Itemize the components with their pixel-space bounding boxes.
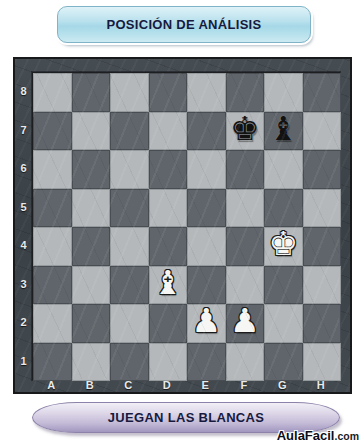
analysis-banner: POSICIÓN DE ANÁLISIS <box>57 6 311 43</box>
black-king: ♚ <box>230 110 260 148</box>
file-label-g: G <box>263 377 302 392</box>
square-a3[interactable] <box>33 266 72 305</box>
square-e4[interactable] <box>187 227 226 266</box>
square-d3[interactable]: ♝ <box>149 266 188 305</box>
square-b4[interactable] <box>72 227 111 266</box>
square-b6[interactable] <box>72 150 111 189</box>
square-f3[interactable] <box>226 266 265 305</box>
square-d6[interactable] <box>149 150 188 189</box>
square-f5[interactable] <box>226 189 265 228</box>
square-a8[interactable] <box>33 73 72 112</box>
square-f2[interactable]: ♟ <box>226 304 265 343</box>
square-c8[interactable] <box>110 73 149 112</box>
file-label-f: F <box>225 377 264 392</box>
square-d2[interactable] <box>149 304 188 343</box>
square-a6[interactable] <box>33 150 72 189</box>
square-c2[interactable] <box>110 304 149 343</box>
square-a7[interactable] <box>33 112 72 151</box>
square-e5[interactable] <box>187 189 226 228</box>
square-c3[interactable] <box>110 266 149 305</box>
turn-banner-label: JUEGAN LAS BLANCAS <box>108 410 264 425</box>
rank-label-1: 1 <box>15 342 32 381</box>
file-label-c: C <box>109 377 148 392</box>
square-a4[interactable] <box>33 227 72 266</box>
square-h4[interactable] <box>303 227 342 266</box>
square-c6[interactable] <box>110 150 149 189</box>
chess-board: ♚♝♚♝♟♟ <box>32 72 340 380</box>
square-c5[interactable] <box>110 189 149 228</box>
square-b5[interactable] <box>72 189 111 228</box>
rank-label-5: 5 <box>15 188 32 227</box>
square-e6[interactable] <box>187 150 226 189</box>
square-g5[interactable] <box>264 189 303 228</box>
white-pawn: ♟ <box>230 302 260 340</box>
square-d5[interactable] <box>149 189 188 228</box>
black-bishop: ♝ <box>268 110 298 148</box>
square-b3[interactable] <box>72 266 111 305</box>
rank-label-3: 3 <box>15 265 32 304</box>
square-d4[interactable] <box>149 227 188 266</box>
square-d8[interactable] <box>149 73 188 112</box>
file-label-e: E <box>186 377 225 392</box>
square-e1[interactable] <box>187 343 226 382</box>
square-g4[interactable]: ♚ <box>264 227 303 266</box>
square-f8[interactable] <box>226 73 265 112</box>
square-b8[interactable] <box>72 73 111 112</box>
square-a1[interactable] <box>33 343 72 382</box>
file-labels: ABCDEFGH <box>32 377 340 392</box>
square-a5[interactable] <box>33 189 72 228</box>
square-g1[interactable] <box>264 343 303 382</box>
file-label-a: A <box>32 377 71 392</box>
square-b2[interactable] <box>72 304 111 343</box>
square-e3[interactable] <box>187 266 226 305</box>
square-h6[interactable] <box>303 150 342 189</box>
square-b7[interactable] <box>72 112 111 151</box>
square-e7[interactable] <box>187 112 226 151</box>
square-f1[interactable] <box>226 343 265 382</box>
aulafacil-link-name: AulaFacil <box>277 428 335 443</box>
square-c4[interactable] <box>110 227 149 266</box>
aulafacil-link-tld: .com <box>334 430 359 442</box>
square-b1[interactable] <box>72 343 111 382</box>
square-h2[interactable] <box>303 304 342 343</box>
rank-label-8: 8 <box>15 72 32 111</box>
rank-label-6: 6 <box>15 149 32 188</box>
square-f7[interactable]: ♚ <box>226 112 265 151</box>
file-label-d: D <box>148 377 187 392</box>
square-f4[interactable] <box>226 227 265 266</box>
white-pawn: ♟ <box>191 302 221 340</box>
square-g6[interactable] <box>264 150 303 189</box>
white-king: ♚ <box>268 225 298 263</box>
square-g2[interactable] <box>264 304 303 343</box>
square-f6[interactable] <box>226 150 265 189</box>
square-h3[interactable] <box>303 266 342 305</box>
rank-label-7: 7 <box>15 111 32 150</box>
chess-board-frame: 87654321 ♚♝♚♝♟♟ ABCDEFGH <box>13 57 352 394</box>
square-c7[interactable] <box>110 112 149 151</box>
square-g7[interactable]: ♝ <box>264 112 303 151</box>
file-label-h: H <box>302 377 341 392</box>
square-h5[interactable] <box>303 189 342 228</box>
square-e2[interactable]: ♟ <box>187 304 226 343</box>
square-e8[interactable] <box>187 73 226 112</box>
analysis-banner-label: POSICIÓN DE ANÁLISIS <box>106 17 261 32</box>
white-bishop: ♝ <box>153 264 183 302</box>
rank-label-2: 2 <box>15 303 32 342</box>
square-d1[interactable] <box>149 343 188 382</box>
square-h1[interactable] <box>303 343 342 382</box>
square-g8[interactable] <box>264 73 303 112</box>
rank-label-4: 4 <box>15 226 32 265</box>
square-c1[interactable] <box>110 343 149 382</box>
square-h8[interactable] <box>303 73 342 112</box>
square-d7[interactable] <box>149 112 188 151</box>
square-a2[interactable] <box>33 304 72 343</box>
file-label-b: B <box>71 377 110 392</box>
square-g3[interactable] <box>264 266 303 305</box>
rank-labels: 87654321 <box>15 72 32 380</box>
square-h7[interactable] <box>303 112 342 151</box>
aulafacil-link[interactable]: AulaFacil .com <box>277 428 359 443</box>
